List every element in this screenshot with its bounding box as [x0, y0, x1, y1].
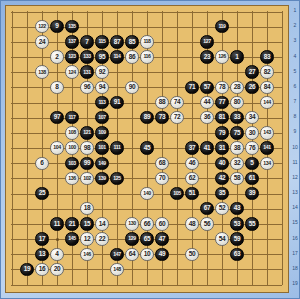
- stone-black-55[interactable]: 55: [245, 217, 258, 230]
- stone-black-95[interactable]: 95: [95, 50, 108, 63]
- stone-white-102[interactable]: 102: [80, 172, 93, 185]
- stone-black-41[interactable]: 41: [200, 141, 213, 154]
- stone-white-122[interactable]: 122: [35, 20, 48, 33]
- row-coordinate-label: 16: [290, 236, 300, 241]
- stone-black-109[interactable]: 109: [95, 126, 108, 139]
- stone-white-30[interactable]: 30: [245, 126, 258, 139]
- row-coordinate-label: 15: [290, 220, 300, 225]
- row-coordinate-label: 11: [290, 160, 300, 165]
- stone-black-85[interactable]: 85: [125, 35, 138, 48]
- row-coordinate-label: 14: [290, 205, 300, 210]
- row-coordinate-label: 4: [290, 54, 300, 59]
- stone-black-111[interactable]: 111: [110, 141, 123, 154]
- stone-black-7[interactable]: 7: [80, 35, 93, 48]
- stone-black-43[interactable]: 43: [230, 202, 243, 215]
- stone-black-71[interactable]: 71: [185, 81, 198, 94]
- stone-white-82[interactable]: 82: [260, 65, 273, 78]
- stone-black-113[interactable]: 113: [95, 96, 108, 109]
- stone-black-133[interactable]: 133: [80, 50, 93, 63]
- row-coordinate-label: 17: [290, 251, 300, 256]
- stone-black-17[interactable]: 17: [35, 232, 48, 245]
- stone-white-92[interactable]: 92: [95, 65, 108, 78]
- stone-white-108[interactable]: 108: [65, 126, 78, 139]
- stone-black-15[interactable]: 15: [80, 217, 93, 230]
- stone-white-14[interactable]: 14: [95, 217, 108, 230]
- stone-white-4[interactable]: 4: [50, 248, 63, 261]
- stone-black-51[interactable]: 51: [185, 187, 198, 200]
- stone-black-47[interactable]: 47: [155, 232, 168, 245]
- stone-white-58[interactable]: 58: [230, 172, 243, 185]
- stone-white-86[interactable]: 86: [125, 50, 138, 63]
- stone-black-9[interactable]: 9: [50, 20, 63, 33]
- stone-white-126[interactable]: 126: [215, 50, 228, 63]
- row-coordinate-label: 7: [290, 99, 300, 104]
- stone-black-129[interactable]: 129: [125, 232, 138, 245]
- stone-white-28[interactable]: 28: [230, 81, 243, 94]
- stone-black-21[interactable]: 21: [65, 217, 78, 230]
- stone-white-84[interactable]: 84: [260, 81, 273, 94]
- stone-black-59[interactable]: 59: [230, 232, 243, 245]
- stone-white-20[interactable]: 20: [50, 263, 63, 276]
- stone-black-114[interactable]: 114: [110, 50, 123, 63]
- stone-white-68[interactable]: 68: [155, 157, 168, 170]
- stone-black-115[interactable]: 115: [95, 35, 108, 48]
- stone-white-70[interactable]: 70: [155, 172, 168, 185]
- stone-white-56[interactable]: 56: [200, 217, 213, 230]
- stone-black-105[interactable]: 105: [170, 187, 183, 200]
- grid-line-vertical: [177, 11, 178, 285]
- stone-black-77[interactable]: 77: [215, 96, 228, 109]
- row-coordinate-label: 10: [290, 145, 300, 150]
- stone-black-89[interactable]: 89: [140, 111, 153, 124]
- stone-black-75[interactable]: 75: [230, 126, 243, 139]
- stone-white-136[interactable]: 136: [65, 172, 78, 185]
- stone-black-131[interactable]: 131: [80, 65, 93, 78]
- stone-white-6[interactable]: 6: [35, 157, 48, 170]
- stone-white-18[interactable]: 18: [80, 202, 93, 215]
- stone-white-74[interactable]: 74: [170, 96, 183, 109]
- stone-white-22[interactable]: 22: [95, 232, 108, 245]
- stone-white-144[interactable]: 144: [260, 96, 273, 109]
- stone-white-148[interactable]: 148: [110, 263, 123, 276]
- row-coordinate-label: 8: [290, 114, 300, 119]
- stone-white-78[interactable]: 78: [215, 81, 228, 94]
- stone-black-79[interactable]: 79: [215, 126, 228, 139]
- stone-black-13[interactable]: 13: [35, 248, 48, 261]
- stone-white-46[interactable]: 46: [185, 157, 198, 170]
- stone-black-33[interactable]: 33: [230, 111, 243, 124]
- stone-black-81[interactable]: 81: [215, 111, 228, 124]
- stone-black-26[interactable]: 26: [245, 81, 258, 94]
- stone-black-57[interactable]: 57: [200, 81, 213, 94]
- stone-black-137[interactable]: 137: [65, 35, 78, 48]
- stone-black-53[interactable]: 53: [230, 217, 243, 230]
- stone-white-24[interactable]: 24: [35, 35, 48, 48]
- stone-white-140[interactable]: 140: [140, 187, 153, 200]
- stone-white-8[interactable]: 8: [50, 81, 63, 94]
- stone-black-11[interactable]: 11: [50, 217, 63, 230]
- stone-white-12[interactable]: 12: [80, 232, 93, 245]
- stone-black-141[interactable]: 141: [260, 141, 273, 154]
- stone-white-98[interactable]: 98: [80, 141, 93, 154]
- row-coordinate-label: 1: [290, 8, 300, 13]
- row-coordinate-label: 6: [290, 84, 300, 89]
- stone-black-107[interactable]: 107: [95, 111, 108, 124]
- stone-black-123[interactable]: 123: [65, 50, 78, 63]
- stone-black-37[interactable]: 37: [185, 141, 198, 154]
- stone-black-65[interactable]: 65: [140, 232, 153, 245]
- stone-black-63[interactable]: 63: [230, 248, 243, 261]
- stone-black-35[interactable]: 35: [215, 187, 228, 200]
- stone-white-130[interactable]: 130: [125, 217, 138, 230]
- stone-black-31[interactable]: 31: [215, 141, 228, 154]
- stone-black-91[interactable]: 91: [110, 96, 123, 109]
- stone-white-94[interactable]: 94: [95, 81, 108, 94]
- row-coordinate-label: 3: [290, 38, 300, 43]
- stone-white-62[interactable]: 62: [185, 172, 198, 185]
- stone-black-139[interactable]: 139: [95, 172, 108, 185]
- stone-black-5[interactable]: 5: [245, 157, 258, 170]
- stone-white-124[interactable]: 124: [65, 65, 78, 78]
- stone-black-149[interactable]: 149: [95, 157, 108, 170]
- stone-black-103[interactable]: 103: [65, 157, 78, 170]
- stone-black-135[interactable]: 135: [65, 20, 78, 33]
- stone-white-64[interactable]: 64: [125, 248, 138, 261]
- stone-white-60[interactable]: 60: [155, 217, 168, 230]
- stone-white-32[interactable]: 32: [230, 157, 243, 170]
- stone-black-117[interactable]: 117: [65, 111, 78, 124]
- stone-black-61[interactable]: 61: [245, 172, 258, 185]
- stone-white-38[interactable]: 38: [230, 141, 243, 154]
- stone-white-50[interactable]: 50: [185, 248, 198, 261]
- stone-white-16[interactable]: 16: [35, 263, 48, 276]
- stone-white-146[interactable]: 146: [80, 248, 93, 261]
- stone-black-27[interactable]: 27: [245, 65, 258, 78]
- stone-white-80[interactable]: 80: [230, 96, 243, 109]
- stone-white-52[interactable]: 52: [215, 202, 228, 215]
- stone-black-145[interactable]: 145: [65, 232, 78, 245]
- stone-black-1[interactable]: 1: [230, 50, 243, 63]
- row-coordinate-label: 2: [290, 23, 300, 28]
- stone-white-44[interactable]: 44: [200, 96, 213, 109]
- stone-white-96[interactable]: 96: [80, 81, 93, 94]
- stone-black-83[interactable]: 83: [260, 50, 273, 63]
- go-app-window: 1229135119241377115878511812721231339511…: [0, 0, 300, 299]
- stone-black-23[interactable]: 23: [200, 50, 213, 63]
- stone-black-97[interactable]: 97: [50, 111, 63, 124]
- stone-black-19[interactable]: 19: [20, 263, 33, 276]
- stone-white-34[interactable]: 34: [245, 111, 258, 124]
- stone-white-76[interactable]: 76: [245, 141, 258, 154]
- stone-white-66[interactable]: 66: [140, 217, 153, 230]
- stone-black-99[interactable]: 99: [80, 157, 93, 170]
- stone-white-72[interactable]: 72: [170, 111, 183, 124]
- row-coordinate-label: 9: [290, 129, 300, 134]
- stone-white-88[interactable]: 88: [155, 96, 168, 109]
- stone-white-36[interactable]: 36: [200, 111, 213, 124]
- stone-white-134[interactable]: 134: [260, 157, 273, 170]
- stone-white-116[interactable]: 116: [140, 50, 153, 63]
- stone-black-40[interactable]: 40: [215, 157, 228, 170]
- stone-white-48[interactable]: 48: [185, 217, 198, 230]
- stone-black-121[interactable]: 121: [80, 126, 93, 139]
- stone-white-100[interactable]: 100: [65, 141, 78, 154]
- stone-white-143[interactable]: 143: [260, 126, 273, 139]
- stone-black-45[interactable]: 45: [140, 141, 153, 154]
- row-coordinate-label: 12: [290, 175, 300, 180]
- stone-white-10[interactable]: 10: [140, 248, 153, 261]
- stone-black-87[interactable]: 87: [110, 35, 123, 48]
- row-coordinate-label: 13: [290, 190, 300, 195]
- star-point: [56, 238, 59, 241]
- stone-white-104[interactable]: 104: [50, 141, 63, 154]
- row-coordinate-label: 18: [290, 266, 300, 271]
- stone-white-2[interactable]: 2: [50, 50, 63, 63]
- stone-black-125[interactable]: 125: [110, 172, 123, 185]
- stone-black-101[interactable]: 101: [95, 141, 108, 154]
- stone-black-119[interactable]: 119: [215, 20, 228, 33]
- stone-white-90[interactable]: 90: [125, 81, 138, 94]
- stone-black-39[interactable]: 39: [245, 187, 258, 200]
- row-coordinate-label: 5: [290, 69, 300, 74]
- stone-white-54[interactable]: 54: [215, 232, 228, 245]
- row-coordinate-label: 19: [290, 281, 300, 286]
- go-board[interactable]: 1229135119241377115878511812721231339511…: [5, 5, 289, 293]
- grid-line-vertical: [282, 11, 283, 285]
- stone-black-73[interactable]: 73: [155, 111, 168, 124]
- stone-black-42[interactable]: 42: [215, 172, 228, 185]
- stone-black-127[interactable]: 127: [200, 35, 213, 48]
- stone-white-138[interactable]: 138: [35, 65, 48, 78]
- stone-black-25[interactable]: 25: [35, 187, 48, 200]
- stone-black-147[interactable]: 147: [110, 248, 123, 261]
- grid-line-horizontal: [11, 285, 282, 286]
- stone-black-49[interactable]: 49: [155, 248, 168, 261]
- stone-black-67[interactable]: 67: [200, 202, 213, 215]
- stone-white-118[interactable]: 118: [140, 35, 153, 48]
